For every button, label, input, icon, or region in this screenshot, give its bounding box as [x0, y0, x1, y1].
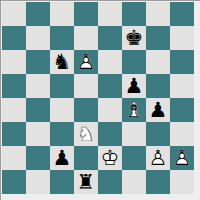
- square-c6[interactable]: ♞: [50, 50, 74, 74]
- square-g5[interactable]: [146, 74, 170, 98]
- square-e6[interactable]: [98, 50, 122, 74]
- white-king-fill: ♚: [98, 146, 122, 170]
- square-b2[interactable]: [26, 146, 50, 170]
- square-h7[interactable]: [170, 26, 194, 50]
- black-pawn: ♟: [50, 146, 74, 170]
- square-d6[interactable]: ♟♙: [74, 50, 98, 74]
- square-b3[interactable]: [26, 122, 50, 146]
- square-g6[interactable]: [146, 50, 170, 74]
- square-a8[interactable]: [2, 2, 26, 26]
- square-a7[interactable]: [2, 26, 26, 50]
- black-pawn: ♟: [122, 74, 146, 98]
- white-knight-fill: ♞: [74, 122, 98, 146]
- square-b4[interactable]: [26, 98, 50, 122]
- square-g3[interactable]: [146, 122, 170, 146]
- square-a6[interactable]: [2, 50, 26, 74]
- square-c5[interactable]: [50, 74, 74, 98]
- square-g8[interactable]: [146, 2, 170, 26]
- white-pawn-fill: ♟: [74, 50, 98, 74]
- square-b8[interactable]: [26, 2, 50, 26]
- square-d4[interactable]: [74, 98, 98, 122]
- square-c4[interactable]: [50, 98, 74, 122]
- square-c7[interactable]: [50, 26, 74, 50]
- white-pawn-fill: ♟: [146, 146, 170, 170]
- square-f3[interactable]: [122, 122, 146, 146]
- square-e5[interactable]: [98, 74, 122, 98]
- square-h8[interactable]: [170, 2, 194, 26]
- square-a3[interactable]: [2, 122, 26, 146]
- chessboard-frame: ♚♞♟♙♟♝♗♟♞♘♟♚♔♟♙♟♙♜: [0, 0, 200, 200]
- square-d1[interactable]: ♜: [74, 170, 98, 194]
- square-f8[interactable]: [122, 2, 146, 26]
- square-g2[interactable]: ♟♙: [146, 146, 170, 170]
- square-e3[interactable]: [98, 122, 122, 146]
- square-c8[interactable]: [50, 2, 74, 26]
- square-d8[interactable]: [74, 2, 98, 26]
- black-king: ♚: [122, 26, 146, 50]
- white-king: ♔: [98, 146, 122, 170]
- square-g1[interactable]: [146, 170, 170, 194]
- square-h5[interactable]: [170, 74, 194, 98]
- square-e2[interactable]: ♚♔: [98, 146, 122, 170]
- white-pawn-fill: ♟: [170, 146, 194, 170]
- black-rook: ♜: [74, 170, 98, 194]
- square-d5[interactable]: [74, 74, 98, 98]
- square-f1[interactable]: [122, 170, 146, 194]
- square-e8[interactable]: [98, 2, 122, 26]
- square-b5[interactable]: [26, 74, 50, 98]
- square-b1[interactable]: [26, 170, 50, 194]
- square-d7[interactable]: [74, 26, 98, 50]
- square-g7[interactable]: [146, 26, 170, 50]
- white-pawn: ♙: [74, 50, 98, 74]
- square-h3[interactable]: [170, 122, 194, 146]
- square-c1[interactable]: [50, 170, 74, 194]
- white-pawn: ♙: [170, 146, 194, 170]
- square-f6[interactable]: [122, 50, 146, 74]
- square-e1[interactable]: [98, 170, 122, 194]
- black-knight: ♞: [50, 50, 74, 74]
- white-knight: ♘: [74, 122, 98, 146]
- square-h6[interactable]: [170, 50, 194, 74]
- chessboard[interactable]: ♚♞♟♙♟♝♗♟♞♘♟♚♔♟♙♟♙♜: [2, 2, 194, 194]
- square-f5[interactable]: ♟: [122, 74, 146, 98]
- square-c2[interactable]: ♟: [50, 146, 74, 170]
- square-a1[interactable]: [2, 170, 26, 194]
- square-a5[interactable]: [2, 74, 26, 98]
- square-d2[interactable]: [74, 146, 98, 170]
- square-g4[interactable]: ♟: [146, 98, 170, 122]
- square-b7[interactable]: [26, 26, 50, 50]
- square-c3[interactable]: [50, 122, 74, 146]
- square-f2[interactable]: [122, 146, 146, 170]
- square-f4[interactable]: ♝♗: [122, 98, 146, 122]
- square-e4[interactable]: [98, 98, 122, 122]
- white-bishop: ♗: [122, 98, 146, 122]
- square-b6[interactable]: [26, 50, 50, 74]
- square-d3[interactable]: ♞♘: [74, 122, 98, 146]
- black-pawn: ♟: [146, 98, 170, 122]
- square-a4[interactable]: [2, 98, 26, 122]
- square-h2[interactable]: ♟♙: [170, 146, 194, 170]
- square-a2[interactable]: [2, 146, 26, 170]
- square-e7[interactable]: [98, 26, 122, 50]
- white-pawn: ♙: [146, 146, 170, 170]
- white-bishop-fill: ♝: [122, 98, 146, 122]
- square-h1[interactable]: [170, 170, 194, 194]
- square-f7[interactable]: ♚: [122, 26, 146, 50]
- square-h4[interactable]: [170, 98, 194, 122]
